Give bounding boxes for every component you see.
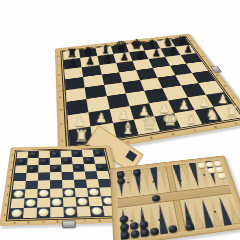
checkers-piece-black — [28, 166, 37, 172]
checkers-square — [50, 207, 64, 218]
checkers-square — [62, 188, 75, 197]
coordinate-label: a — [10, 220, 19, 224]
chess-board: ♜♞♝♛♚♝♞♜♟♟♟♟♟♟♟♟♟♟♟♟♟♟♟♟♜♞♝♛♚♝♞♜ abcdefg… — [55, 34, 240, 157]
backgammon-checker-black — [130, 229, 139, 238]
chess-square: ♝ — [112, 120, 138, 139]
chess-square: ♛ — [134, 116, 160, 134]
checkers-piece-white — [52, 199, 62, 206]
coordinate-label: b — [25, 220, 34, 224]
coordinate-label: g — [95, 218, 104, 222]
backgammon-checker-white — [197, 162, 206, 168]
coordinate-label: 8 — [188, 38, 195, 43]
checkers-square — [74, 179, 87, 188]
checkers-piece-black — [94, 151, 103, 156]
coordinate-label: 6 — [57, 71, 61, 78]
backgammon-checker-white — [213, 160, 222, 166]
coordinate-label: f — [187, 127, 202, 133]
coordinate-label: 1 — [59, 134, 65, 145]
coordinate-label: 2 — [59, 119, 65, 129]
backgammon-board — [110, 155, 240, 240]
coordinate-label: 7 — [194, 46, 201, 51]
checkers-square — [75, 188, 89, 197]
checkers-piece-black — [73, 151, 82, 156]
chess-piece-black-p: ♟ — [152, 48, 161, 58]
checkers-piece-white — [91, 207, 102, 215]
coordinate-label: 5 — [206, 62, 214, 68]
checkers-square — [25, 189, 38, 198]
checkers-square — [63, 207, 77, 217]
chess-piece-white-r: ♜ — [225, 104, 239, 119]
backgammon-checker-black — [185, 222, 195, 230]
checkers-piece-white — [38, 209, 48, 217]
checkers-piece-black — [29, 152, 37, 157]
chess-piece-white-b: ♝ — [120, 120, 134, 136]
coordinate-label: g — [208, 124, 222, 130]
checkers-square — [50, 180, 62, 189]
checkers-piece-black — [51, 165, 60, 171]
coordinate-label: 5 — [57, 82, 62, 89]
chess-piece-white-n: ♞ — [205, 107, 219, 122]
chess-square: ♟ — [160, 47, 180, 57]
checkers-squares-grid — [8, 149, 119, 219]
backgammon-checker-black — [120, 223, 129, 231]
checkers-piece-white — [13, 190, 23, 197]
checkers-piece-black — [51, 152, 59, 157]
folded-board-dark-square — [125, 150, 137, 162]
coordinate-label: 3 — [5, 192, 10, 198]
checkers-square — [25, 181, 38, 190]
backgammon-checker-black — [152, 194, 161, 201]
coordinate-label: 6 — [9, 167, 14, 172]
backgammon-checker-black — [120, 231, 129, 240]
chess-piece-black-p: ♟ — [136, 50, 145, 60]
chess-squares-grid: ♜♞♝♛♚♝♞♜♟♟♟♟♟♟♟♟♟♟♟♟♟♟♟♟♜♞♝♛♚♝♞♜ — [62, 37, 240, 147]
coordinate-label: c — [39, 220, 48, 224]
backgammon-checker-white — [217, 172, 226, 179]
checkers-square — [9, 208, 23, 219]
backgammon-checker-black — [116, 171, 124, 177]
checkers-square — [37, 207, 51, 218]
backgammon-interior — [116, 160, 240, 240]
checkers-square — [77, 206, 91, 216]
checkers-square — [62, 180, 75, 189]
chess-piece-white-b: ♝ — [185, 110, 199, 126]
coordinate-label: 6 — [199, 54, 206, 60]
coordinate-label: 7 — [10, 159, 15, 163]
checkers-piece-white — [11, 209, 22, 217]
backgammon-checker-white — [207, 167, 216, 173]
checkers-square — [37, 189, 50, 198]
backgammon-checker-black — [139, 220, 148, 228]
coordinate-label: h — [229, 120, 240, 125]
backgammon-checker-black — [117, 178, 125, 185]
coordinate-label: 8 — [56, 53, 60, 59]
coordinate-label: 5 — [7, 175, 12, 180]
checkers-square — [12, 189, 26, 198]
coordinate-label: 3 — [58, 105, 63, 114]
checkers-square — [23, 208, 37, 219]
checkers-square — [37, 198, 50, 208]
product-photo-collage: { "game": "3-in-1 wooden folding game se… — [0, 0, 240, 240]
checkers-piece-white — [26, 199, 36, 206]
chess-piece-white-q: ♛ — [141, 114, 158, 132]
chess-square — [64, 67, 83, 79]
checkers-piece-black — [62, 158, 71, 164]
checkers-square — [13, 181, 26, 190]
checkers-square — [50, 188, 63, 197]
checkers-board: abcdefgh 87654321 — [0, 145, 129, 226]
chess-piece-black-p: ♟ — [103, 54, 112, 64]
checkers-piece-white — [64, 189, 74, 196]
checkers-square — [63, 197, 77, 207]
checkers-piece-white — [89, 189, 99, 196]
coordinate-label: 4 — [6, 183, 11, 188]
backgammon-checker-black — [149, 227, 159, 236]
coordinate-label: f — [81, 218, 90, 222]
checkers-square — [38, 180, 50, 189]
checkers-piece-black — [74, 165, 83, 171]
chess-piece-black-p: ♟ — [86, 56, 95, 66]
checkers-piece-black — [97, 164, 107, 170]
chess-piece-black-p: ♟ — [68, 58, 77, 68]
coordinate-label: 1 — [2, 211, 8, 217]
checkers-piece-white — [77, 198, 87, 205]
backgammon-checker-white — [205, 161, 214, 167]
metal-clasp — [62, 220, 76, 228]
chess-piece-black-p: ♟ — [184, 44, 193, 54]
backgammon-checker-white — [215, 166, 224, 172]
coordinate-label: d — [53, 219, 62, 223]
checkers-square — [76, 197, 90, 207]
coordinate-label: 7 — [57, 62, 61, 68]
coordinate-label: 8 — [11, 152, 15, 156]
coordinate-label: 4 — [58, 93, 63, 101]
coordinate-label: d — [143, 135, 158, 141]
chess-piece-black-p: ♟ — [120, 52, 129, 62]
checkers-piece-black — [84, 158, 93, 163]
checkers-square — [11, 198, 25, 208]
backgammon-checker-black — [129, 221, 138, 229]
coordinate-label: e — [166, 131, 181, 137]
backgammon-checker-black — [168, 224, 178, 232]
checkers-square — [24, 198, 38, 208]
coordinate-label: 2 — [3, 201, 8, 207]
checkers-piece-black — [17, 159, 26, 165]
chess-piece-white-k: ♚ — [163, 111, 179, 129]
chess-piece-black-p: ♟ — [168, 46, 177, 56]
chess-square — [158, 75, 181, 88]
backgammon-checker-black — [119, 215, 128, 223]
checkers-piece-black — [40, 159, 48, 165]
chess-square: ♚ — [154, 113, 181, 131]
checkers-piece-white — [65, 208, 76, 216]
backgammon-checker-black — [133, 169, 141, 175]
backgammon-checker-black — [140, 228, 150, 237]
checkers-square — [50, 197, 63, 207]
checkers-piece-white — [39, 190, 49, 197]
